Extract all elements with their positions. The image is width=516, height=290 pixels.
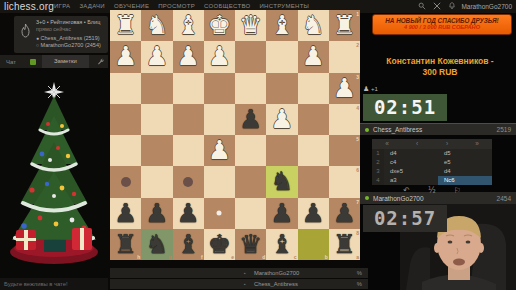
menu-item[interactable]: ОБУЧЕНИЕ	[114, 3, 149, 9]
lichess-stream-page: lichess.org ИГРАЗАДАЧИОБУЧЕНИЕПРОСМОТРСО…	[0, 0, 516, 290]
square-f8[interactable]: ♝f	[173, 229, 204, 260]
white-n-piece: ♞	[141, 10, 172, 41]
square-c2[interactable]	[266, 41, 297, 72]
square-e2[interactable]: ♟	[204, 41, 235, 72]
game-time-control: 3+0 • Рейтинговая • Блиц	[36, 19, 104, 26]
black-move[interactable]: d4	[438, 167, 492, 176]
square-h1[interactable]: ♜	[110, 10, 141, 41]
black-player-line[interactable]: ○ MarathonGo2700 (2454)	[36, 42, 104, 49]
search-icon[interactable]	[418, 2, 426, 10]
menu-item[interactable]: ЗАДАЧИ	[79, 3, 105, 9]
square-c8[interactable]: ♝c	[266, 229, 297, 260]
rank-coordinate: 2	[356, 42, 359, 48]
notifications-bell-icon[interactable]	[448, 2, 456, 10]
white-color-icon: ●	[36, 35, 39, 41]
square-g7[interactable]: ♟	[141, 198, 172, 229]
square-f4[interactable]	[173, 104, 204, 135]
game-info-box: 3+0 • Рейтинговая • Блиц прямо сейчас ● …	[14, 16, 108, 53]
white-move[interactable]: dxe5	[384, 167, 438, 176]
black-p-piece: ♟	[141, 198, 172, 229]
square-a3[interactable]: ♟3	[329, 73, 360, 104]
white-p-piece: ♟	[298, 41, 329, 72]
square-f2[interactable]: ♟	[173, 41, 204, 72]
white-k-piece: ♚	[204, 10, 235, 41]
file-coordinate: c	[294, 254, 297, 260]
donor-amount: 300 RUB	[366, 67, 514, 78]
move-nav-button[interactable]: ›	[432, 139, 462, 149]
chat-panel: Чат Заметки	[0, 55, 108, 290]
square-b7[interactable]: ♟	[298, 198, 329, 229]
white-b-piece: ♝	[173, 10, 204, 41]
under-board-row[interactable]: ▪MarathonGo2700%	[110, 268, 368, 278]
square-f1[interactable]: ♝	[173, 10, 204, 41]
square-g5[interactable]	[141, 135, 172, 166]
black-move[interactable]: Nc6	[438, 176, 492, 185]
square-g8[interactable]: ♞g	[141, 229, 172, 260]
square-d4[interactable]: ♟	[235, 104, 266, 135]
move-list: «‹›» 1d4d52c4e53dxe5d44a3Nc6	[372, 139, 492, 185]
donation-banner-title: НА НОВЫЙ ГОД СПАСИБО ДРУЗЬЯ!	[373, 17, 511, 24]
square-a2[interactable]: 2	[329, 41, 360, 72]
resign-flag-button[interactable]: ⚐	[454, 185, 461, 196]
tab-notes[interactable]: Заметки	[42, 55, 89, 68]
move-dest-dot	[121, 177, 131, 187]
challenge-swords-icon[interactable]	[433, 2, 441, 10]
square-c3[interactable]	[266, 73, 297, 104]
donation-progress: 4 900 / 3 000 RUB СОБРАНО	[373, 24, 511, 30]
opponent-rating: 2519	[497, 126, 511, 133]
row-icon: ▪	[244, 279, 246, 289]
file-coordinate: f	[201, 254, 203, 260]
square-b4[interactable]	[298, 104, 329, 135]
white-move[interactable]: d4	[384, 149, 438, 158]
square-h2[interactable]: ♟	[110, 41, 141, 72]
square-g2[interactable]: ♟	[141, 41, 172, 72]
square-b6[interactable]	[298, 166, 329, 197]
square-c6[interactable]: ♞	[266, 166, 297, 197]
move-number: 2	[372, 158, 384, 167]
menu-item[interactable]: ПРОСМОТР	[158, 3, 195, 9]
online-dot-icon	[365, 196, 369, 200]
move-dest-dot	[217, 211, 222, 216]
square-g6[interactable]	[141, 166, 172, 197]
square-e4[interactable]	[204, 104, 235, 135]
square-a5[interactable]: 5	[329, 135, 360, 166]
row-icon: ▪	[244, 268, 246, 278]
square-b1[interactable]: ♞	[298, 10, 329, 41]
square-d8[interactable]: ♛d	[235, 229, 266, 260]
white-p-piece: ♟	[141, 41, 172, 72]
black-n-piece: ♞	[266, 166, 297, 197]
opponent-name[interactable]: Chess_Antibress	[373, 126, 422, 133]
white-p-piece: ♟	[173, 41, 204, 72]
move-dest-dot	[183, 177, 193, 187]
file-coordinate: e	[231, 254, 234, 260]
file-coordinate: a	[356, 254, 359, 260]
square-e7[interactable]	[204, 198, 235, 229]
square-h3[interactable]	[110, 73, 141, 104]
row-value: %	[357, 279, 362, 289]
square-a4[interactable]: 4	[329, 104, 360, 135]
rank-coordinate: 5	[356, 136, 359, 142]
rank-coordinate: 6	[356, 167, 359, 173]
square-c7[interactable]: ♟	[266, 198, 297, 229]
square-d2[interactable]	[235, 41, 266, 72]
donor-name: Константин Кожевников -	[366, 56, 514, 67]
black-p-piece: ♟	[235, 104, 266, 135]
square-g3[interactable]	[141, 73, 172, 104]
black-p-piece: ♟	[298, 198, 329, 229]
header-icons	[418, 2, 456, 10]
tab-chat-room[interactable]: Чат	[0, 59, 22, 65]
move-row: 4a3Nc6	[372, 176, 492, 185]
move-nav-button[interactable]: »	[462, 139, 492, 149]
square-a6[interactable]: 6	[329, 166, 360, 197]
material-advantage: ♟ +1	[363, 85, 378, 93]
square-h4[interactable]	[110, 104, 141, 135]
takeback-button[interactable]: ↶	[403, 185, 410, 196]
blitz-flame-icon	[20, 24, 31, 42]
chat-toggle-icon[interactable]	[30, 59, 36, 65]
online-dot-icon	[365, 128, 369, 132]
lichess-logo[interactable]: lichess.org	[4, 1, 54, 12]
black-move[interactable]: e5	[438, 158, 492, 167]
under-board-row[interactable]: ▪Chess_Antibress%	[110, 279, 368, 289]
white-p-piece: ♟	[266, 104, 297, 135]
move-number: 4	[372, 176, 384, 185]
black-move[interactable]: d5	[438, 149, 492, 158]
square-e8[interactable]: ♚e	[204, 229, 235, 260]
white-move[interactable]: c4	[384, 158, 438, 167]
rank-coordinate: 1	[356, 11, 359, 17]
file-coordinate: g	[168, 254, 171, 260]
move-navigation: «‹›»	[372, 139, 492, 149]
menu-item[interactable]: СООБЩЕСТВО	[204, 3, 250, 9]
black-b-piece: ♝	[173, 229, 204, 260]
move-row: 1d4d5	[372, 149, 492, 158]
square-d1[interactable]: ♛	[235, 10, 266, 41]
rank-coordinate: 7	[356, 199, 359, 205]
move-nav-button[interactable]: «	[372, 139, 402, 149]
under-board-list: ▪MarathonGo2700%▪Chess_Antibress%	[110, 268, 368, 290]
square-f5[interactable]	[173, 135, 204, 166]
file-coordinate: h	[137, 254, 140, 260]
player-rating: 2454	[497, 195, 511, 202]
square-c4[interactable]: ♟	[266, 104, 297, 135]
square-b8[interactable]: b	[298, 229, 329, 260]
chat-settings-wrench-icon[interactable]	[97, 58, 104, 66]
square-h7[interactable]: ♟	[110, 198, 141, 229]
menu-item[interactable]: ИГРА	[54, 3, 70, 9]
move-row: 2c4e5	[372, 158, 492, 167]
square-g4[interactable]	[141, 104, 172, 135]
square-e1[interactable]: ♚	[204, 10, 235, 41]
square-h8[interactable]: ♜h	[110, 229, 141, 260]
square-c5[interactable]	[266, 135, 297, 166]
white-p-piece: ♟	[204, 41, 235, 72]
black-p-piece: ♟	[110, 198, 141, 229]
rank-coordinate: 3	[356, 74, 359, 80]
christmas-tree-image	[0, 68, 108, 278]
square-b3[interactable]	[298, 73, 329, 104]
white-n-piece: ♞	[298, 10, 329, 41]
chat-tabs: Чат Заметки	[0, 55, 108, 68]
game-status: прямо сейчас	[36, 26, 104, 33]
move-number: 3	[372, 167, 384, 176]
main-menu: ИГРАЗАДАЧИОБУЧЕНИЕПРОСМОТРСООБЩЕСТВОИНСТ…	[54, 3, 309, 9]
white-p-piece: ♟	[204, 135, 235, 166]
black-color-icon: ○	[36, 42, 39, 48]
move-number: 1	[372, 149, 384, 158]
row-player-name: MarathonGo2700	[254, 268, 299, 278]
logged-in-username[interactable]: MarathonGo2700	[461, 3, 512, 10]
square-d7[interactable]	[235, 198, 266, 229]
square-e3[interactable]	[204, 73, 235, 104]
rank-coordinate: 8	[356, 230, 359, 236]
square-e5[interactable]: ♟	[204, 135, 235, 166]
menu-item[interactable]: ИНСТРУМЕНТЫ	[259, 3, 309, 9]
square-d3[interactable]	[235, 73, 266, 104]
captured-pawn-icon: ♟	[363, 85, 369, 93]
opponent-clock: 02:51	[363, 94, 447, 121]
game-action-buttons: ↶ ½ ⚐	[372, 185, 492, 196]
square-a7[interactable]: ♟7	[329, 198, 360, 229]
draw-offer-button[interactable]: ½	[428, 185, 436, 196]
opponent-bar: Chess_Antibress 2519	[360, 123, 516, 135]
square-b2[interactable]: ♟	[298, 41, 329, 72]
white-player-line[interactable]: ● Chess_Antibress (2519)	[36, 35, 104, 42]
square-f3[interactable]	[173, 73, 204, 104]
square-e6[interactable]	[204, 166, 235, 197]
square-c1[interactable]: ♝	[266, 10, 297, 41]
row-player-name: Chess_Antibress	[254, 279, 298, 289]
white-move[interactable]: a3	[384, 176, 438, 185]
square-h6[interactable]	[110, 166, 141, 197]
donation-banner[interactable]: НА НОВЫЙ ГОД СПАСИБО ДРУЗЬЯ! 4 900 / 3 0…	[372, 14, 512, 35]
move-row: 3dxe5d4	[372, 167, 492, 176]
square-f6[interactable]	[173, 166, 204, 197]
donation-alert: Константин Кожевников - 300 RUB	[366, 56, 514, 78]
white-r-piece: ♜	[110, 10, 141, 41]
mouth	[453, 259, 465, 266]
square-a8[interactable]: ♜8a	[329, 229, 360, 260]
black-p-piece: ♟	[173, 198, 204, 229]
row-value: %	[357, 268, 362, 278]
square-h5[interactable]	[110, 135, 141, 166]
chess-board[interactable]: ♜♞♝♚♛♝♞♜1♟♟♟♟♟2♟3♟♟4♟5♞6♟♟♟♟♟♟7♜h♞g♝f♚e♛…	[110, 10, 360, 260]
white-p-piece: ♟	[110, 41, 141, 72]
square-d5[interactable]	[235, 135, 266, 166]
chat-input[interactable]: Будьте вежливы в чате!	[0, 278, 108, 290]
square-a1[interactable]: ♜1	[329, 10, 360, 41]
square-d6[interactable]	[235, 166, 266, 197]
player-clock: 02:57	[363, 205, 447, 232]
white-q-piece: ♛	[235, 10, 266, 41]
square-f7[interactable]: ♟	[173, 198, 204, 229]
white-b-piece: ♝	[266, 10, 297, 41]
square-g1[interactable]: ♞	[141, 10, 172, 41]
move-nav-button[interactable]: ‹	[402, 139, 432, 149]
rank-coordinate: 4	[356, 105, 359, 111]
square-b5[interactable]	[298, 135, 329, 166]
black-p-piece: ♟	[266, 198, 297, 229]
file-coordinate: b	[325, 254, 328, 260]
file-coordinate: d	[262, 254, 265, 260]
